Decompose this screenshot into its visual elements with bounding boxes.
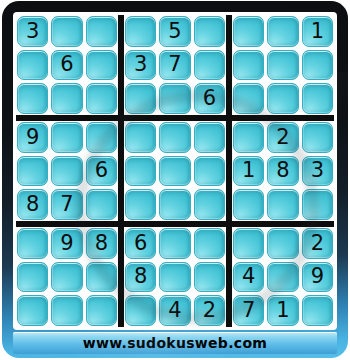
cell-r8c9[interactable]: 9	[302, 262, 333, 293]
cell-r5c8[interactable]: 8	[267, 156, 298, 187]
cell-r1c8[interactable]	[267, 16, 298, 47]
sudoku-box-4: 9687	[16, 121, 118, 221]
cell-r8c6[interactable]	[194, 262, 225, 293]
cell-r7c2[interactable]: 9	[51, 228, 82, 259]
cell-r3c8[interactable]	[267, 83, 298, 114]
cell-r9c1[interactable]	[17, 295, 48, 326]
cell-r4c5[interactable]	[159, 122, 190, 153]
cell-r5c9[interactable]: 3	[302, 156, 333, 187]
cell-r2c2[interactable]: 6	[51, 50, 82, 81]
cell-r3c6[interactable]: 6	[194, 83, 225, 114]
cell-r4c2[interactable]	[51, 122, 82, 153]
cell-r3c3[interactable]	[86, 83, 117, 114]
cell-r1c5[interactable]: 5	[159, 16, 190, 47]
cell-r5c1[interactable]	[17, 156, 48, 187]
cell-r8c7[interactable]: 4	[233, 262, 264, 293]
cell-r4c3[interactable]	[86, 122, 117, 153]
sudoku-box-5	[124, 121, 226, 221]
cell-r2c4[interactable]: 3	[125, 50, 156, 81]
sudoku-box-8: 6842	[124, 227, 226, 327]
cell-r1c7[interactable]	[233, 16, 264, 47]
sudoku-box-2: 5376	[124, 15, 226, 115]
cell-r7c5[interactable]	[159, 228, 190, 259]
sudoku-grid-panel: 36537619687218398684224971	[13, 12, 337, 330]
cell-r1c9[interactable]: 1	[302, 16, 333, 47]
cell-r9c4[interactable]	[125, 295, 156, 326]
cell-r9c8[interactable]: 1	[267, 295, 298, 326]
cell-r1c6[interactable]	[194, 16, 225, 47]
sudoku-board-frame: 36537619687218398684224971 www.sudokuswe…	[2, 1, 348, 358]
cell-r5c3[interactable]: 6	[86, 156, 117, 187]
cell-r8c4[interactable]: 8	[125, 262, 156, 293]
cell-r4c9[interactable]	[302, 122, 333, 153]
cell-r1c1[interactable]: 3	[17, 16, 48, 47]
sudoku-box-1: 36	[16, 15, 118, 115]
cell-r2c9[interactable]	[302, 50, 333, 81]
cell-r4c6[interactable]	[194, 122, 225, 153]
cell-r8c8[interactable]	[267, 262, 298, 293]
sudoku-box-7: 98	[16, 227, 118, 327]
cell-r6c8[interactable]	[267, 189, 298, 220]
cell-r9c7[interactable]: 7	[233, 295, 264, 326]
cell-r6c9[interactable]	[302, 189, 333, 220]
cell-r5c5[interactable]	[159, 156, 190, 187]
sudoku-box-3: 1	[232, 15, 334, 115]
cell-r1c3[interactable]	[86, 16, 117, 47]
cell-r7c6[interactable]	[194, 228, 225, 259]
cell-r2c7[interactable]	[233, 50, 264, 81]
cell-r4c8[interactable]: 2	[267, 122, 298, 153]
cell-r7c4[interactable]: 6	[125, 228, 156, 259]
cell-r6c3[interactable]	[86, 189, 117, 220]
cell-r3c2[interactable]	[51, 83, 82, 114]
cell-r8c5[interactable]	[159, 262, 190, 293]
cell-r5c2[interactable]	[51, 156, 82, 187]
cell-r7c9[interactable]: 2	[302, 228, 333, 259]
cell-r3c1[interactable]	[17, 83, 48, 114]
cell-r3c9[interactable]	[302, 83, 333, 114]
cell-r8c1[interactable]	[17, 262, 48, 293]
cell-r9c6[interactable]: 2	[194, 295, 225, 326]
cell-r8c2[interactable]	[51, 262, 82, 293]
cell-r5c6[interactable]	[194, 156, 225, 187]
site-url: www.sudokusweb.com	[83, 335, 267, 351]
cell-r9c3[interactable]	[86, 295, 117, 326]
cell-r2c8[interactable]	[267, 50, 298, 81]
cell-r3c7[interactable]	[233, 83, 264, 114]
cell-r6c7[interactable]	[233, 189, 264, 220]
cell-r3c4[interactable]	[125, 83, 156, 114]
cell-r4c4[interactable]	[125, 122, 156, 153]
cell-r2c6[interactable]	[194, 50, 225, 81]
cell-r5c7[interactable]: 1	[233, 156, 264, 187]
cell-r2c1[interactable]	[17, 50, 48, 81]
cell-r3c5[interactable]	[159, 83, 190, 114]
cell-r7c8[interactable]	[267, 228, 298, 259]
cell-r9c2[interactable]	[51, 295, 82, 326]
cell-r9c9[interactable]	[302, 295, 333, 326]
cell-r7c7[interactable]	[233, 228, 264, 259]
sudoku-grid: 36537619687218398684224971	[16, 15, 334, 327]
cell-r8c3[interactable]	[86, 262, 117, 293]
cell-r2c5[interactable]: 7	[159, 50, 190, 81]
cell-r5c4[interactable]	[125, 156, 156, 187]
cell-r4c1[interactable]: 9	[17, 122, 48, 153]
cell-r7c3[interactable]: 8	[86, 228, 117, 259]
cell-r1c2[interactable]	[51, 16, 82, 47]
cell-r2c3[interactable]	[86, 50, 117, 81]
sudoku-box-6: 2183	[232, 121, 334, 221]
cell-r6c5[interactable]	[159, 189, 190, 220]
cell-r4c7[interactable]	[233, 122, 264, 153]
cell-r6c6[interactable]	[194, 189, 225, 220]
cell-r1c4[interactable]	[125, 16, 156, 47]
cell-r9c5[interactable]: 4	[159, 295, 190, 326]
cell-r6c2[interactable]: 7	[51, 189, 82, 220]
cell-r6c1[interactable]: 8	[17, 189, 48, 220]
cell-r6c4[interactable]	[125, 189, 156, 220]
cell-r7c1[interactable]	[17, 228, 48, 259]
footer-band: www.sudokusweb.com	[13, 332, 337, 354]
sudoku-box-9: 24971	[232, 227, 334, 327]
